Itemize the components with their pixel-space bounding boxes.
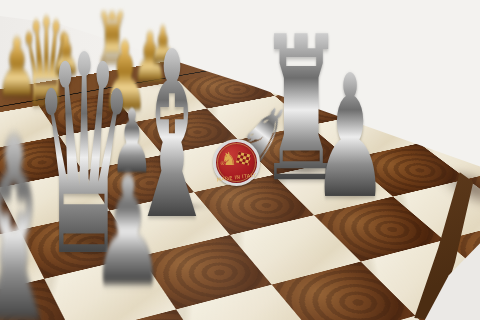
silver-queen-b5-shadow (44, 236, 132, 245)
silver-rook-g4-shadow (273, 166, 337, 175)
made-in-italy-label: ♞ ® MADE IN ITALY (213, 139, 260, 186)
silver-pawn-h3-shadow (327, 184, 381, 193)
silver-bishop-d4-shadow (139, 202, 213, 211)
label-registered-mark: ® (220, 160, 225, 166)
chess-set-photo: ♟♛♟♜♟♟♟♞♟♜♟♝♛♟♝ ♞ ® MADE IN ITALY (0, 0, 480, 320)
